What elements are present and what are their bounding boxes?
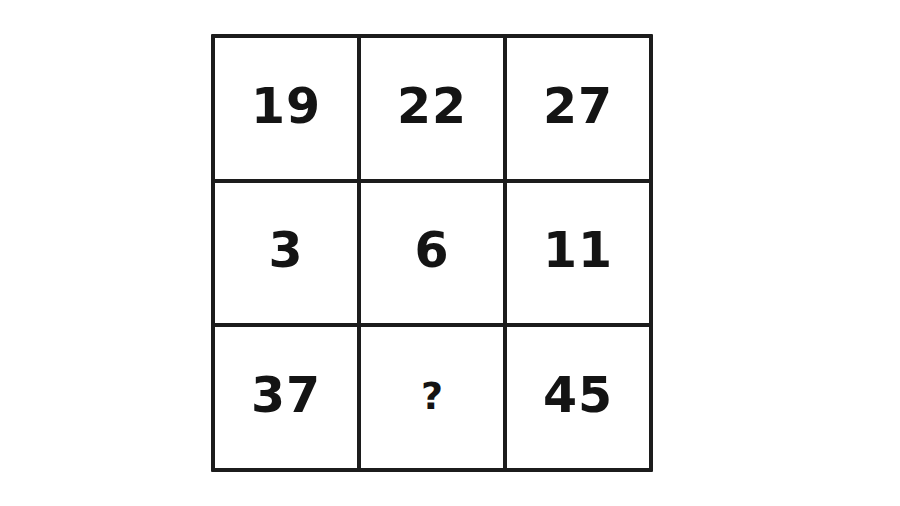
cell-r1c1: 19: [215, 38, 357, 179]
cell-r3c2-missing-value: ?: [361, 327, 503, 468]
cell-r2c1: 3: [215, 183, 357, 324]
cell-r3c3: 45: [507, 327, 649, 468]
cell-r2c3: 11: [507, 183, 649, 324]
puzzle-grid: 19 22 27 3 6 11 37 ? 45: [211, 34, 653, 472]
cell-r1c3: 27: [507, 38, 649, 179]
cell-r2c2: 6: [361, 183, 503, 324]
cell-r3c1: 37: [215, 327, 357, 468]
cell-r1c2: 22: [361, 38, 503, 179]
